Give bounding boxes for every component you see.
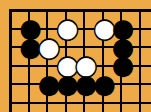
black-stone: ●	[19, 38, 38, 57]
intersection-c6-r5[interactable]	[112, 93, 131, 112]
intersection-c0-r1[interactable]	[1, 19, 20, 38]
black-stone: ●	[38, 75, 57, 94]
black-stone: ●	[93, 75, 112, 94]
intersection-c0-r4[interactable]	[1, 75, 20, 94]
intersection-c0-r2[interactable]	[1, 38, 20, 57]
white-stone: ●	[38, 38, 57, 57]
intersection-c5-r5[interactable]	[93, 93, 112, 112]
intersection-c7-r4[interactable]	[130, 75, 149, 94]
intersection-c4-r1[interactable]	[75, 19, 94, 38]
black-stone: ●	[75, 75, 94, 94]
intersection-c5-r4[interactable]: ●	[93, 75, 112, 94]
intersection-c2-r4[interactable]: ●	[38, 75, 57, 94]
go-diagram-screenshot: ●●●●●●●●●●●●●●	[0, 0, 151, 112]
intersection-c3-r4[interactable]: ●	[56, 75, 75, 94]
intersection-c4-r5[interactable]	[75, 93, 94, 112]
intersection-c1-r3[interactable]	[19, 56, 38, 75]
intersection-c3-r5[interactable]	[56, 93, 75, 112]
intersection-c1-r2[interactable]: ●	[19, 38, 38, 57]
black-stone: ●	[56, 75, 75, 94]
intersection-c7-r5[interactable]	[130, 93, 149, 112]
intersection-c1-r4[interactable]	[19, 75, 38, 94]
intersection-c7-r3[interactable]	[130, 56, 149, 75]
intersection-c5-r1[interactable]: ●	[93, 19, 112, 38]
board-intersections: ●●●●●●●●●●●●●●	[1, 1, 149, 112]
intersection-c2-r5[interactable]	[38, 93, 57, 112]
intersection-c4-r4[interactable]: ●	[75, 75, 94, 94]
go-board: ●●●●●●●●●●●●●●	[0, 0, 151, 112]
white-stone: ●	[93, 19, 112, 38]
intersection-c2-r2[interactable]: ●	[38, 38, 57, 57]
intersection-c1-r5[interactable]	[19, 93, 38, 112]
intersection-c0-r0[interactable]	[1, 1, 20, 20]
intersection-c0-r5[interactable]	[1, 93, 20, 112]
intersection-c0-r3[interactable]	[1, 56, 20, 75]
intersection-c6-r4[interactable]	[112, 75, 131, 94]
